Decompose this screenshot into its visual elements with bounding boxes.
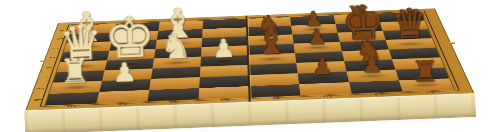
black-bishop[interactable]: ♝ [247,23,296,59]
white-pawn[interactable]: ♟ [200,36,248,62]
black-rook[interactable]: ♜ [400,56,452,86]
white-rook[interactable]: ♜ [50,54,101,88]
square-c1[interactable] [148,88,200,101]
black-queen[interactable]: ♛ [386,4,434,45]
square-e4[interactable]: ♝ [248,53,296,65]
white-knight[interactable]: ♞ [152,29,201,63]
brass-latch-right-icon [449,42,456,44]
black-pawn[interactable]: ♟ [294,26,341,48]
white-pawn[interactable]: ♟ [100,60,150,87]
chess-set-photo: ♟♜♝♝♞♟♟♚♛♛♚♞♟♝♞♜♟♟♟♜ 87654321 abcdefgh [0,0,500,132]
black-pawn[interactable]: ♟ [347,54,397,77]
square-g1[interactable] [349,80,403,93]
square-e1[interactable] [249,84,300,97]
chess-board: ♟♜♝♝♞♟♟♚♛♛♚♞♟♝♞♜♟♟♟♜ 87654321 abcdefgh [25,9,474,111]
square-c4[interactable]: ♞ [153,57,201,69]
black-pawn[interactable]: ♟ [298,55,348,78]
board-grid: ♟♜♝♝♞♟♟♚♛♛♚♞♟♝♞♜♟♟♟♜ [45,12,453,105]
